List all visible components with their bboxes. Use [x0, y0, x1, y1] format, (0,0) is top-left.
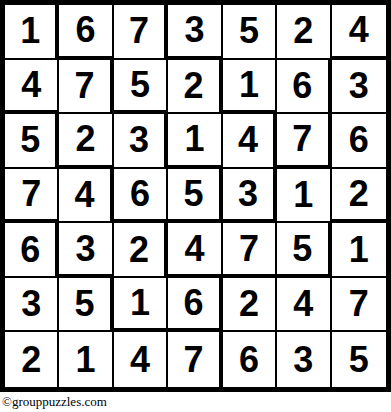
sudoku-cell-r3c5: 4 — [223, 114, 277, 169]
sudoku-cell-r2c6: 6 — [277, 60, 331, 115]
sudoku-cell-r6c1: 3 — [5, 278, 59, 333]
sudoku-cell-r1c7: 4 — [332, 5, 386, 60]
sudoku-cell-r7c5: 6 — [223, 332, 277, 387]
sudoku-cell-r5c4: 4 — [168, 223, 222, 278]
sudoku-cell-r3c6: 7 — [277, 114, 331, 169]
sudoku-cell-r7c1: 2 — [5, 332, 59, 387]
sudoku-cell-r7c6: 3 — [277, 332, 331, 387]
sudoku-cell-r3c7: 6 — [332, 114, 386, 169]
sudoku-cell-r4c7: 2 — [332, 169, 386, 224]
sudoku-cell-r6c4: 6 — [168, 278, 222, 333]
sudoku-cell-r5c2: 3 — [59, 223, 113, 278]
sudoku-cell-r4c5: 3 — [223, 169, 277, 224]
sudoku-cell-r4c2: 4 — [59, 169, 113, 224]
sudoku-cell-r5c3: 2 — [114, 223, 168, 278]
sudoku-cell-r6c5: 2 — [223, 278, 277, 333]
sudoku-cell-r4c4: 5 — [168, 169, 222, 224]
sudoku-cell-r1c3: 7 — [114, 5, 168, 60]
sudoku-cell-r1c1: 1 — [5, 5, 59, 60]
sudoku-cell-r3c1: 5 — [5, 114, 59, 169]
sudoku-cell-r2c2: 7 — [59, 60, 113, 115]
sudoku-cell-r4c3: 6 — [114, 169, 168, 224]
sudoku-cell-r4c1: 7 — [5, 169, 59, 224]
sudoku-cell-r5c5: 7 — [223, 223, 277, 278]
sudoku-cell-r4c6: 1 — [277, 169, 331, 224]
sudoku-cell-r7c7: 5 — [332, 332, 386, 387]
sudoku-cell-r6c6: 4 — [277, 278, 331, 333]
sudoku-cell-r7c3: 4 — [114, 332, 168, 387]
sudoku-cell-r2c4: 2 — [168, 60, 222, 115]
sudoku-cell-r5c1: 6 — [5, 223, 59, 278]
sudoku-board: 1673524475216352314767465312632475135162… — [0, 0, 391, 392]
sudoku-cell-r1c4: 3 — [168, 5, 222, 60]
sudoku-cell-r6c7: 7 — [332, 278, 386, 333]
sudoku-cell-r3c3: 3 — [114, 114, 168, 169]
sudoku-cell-r1c5: 5 — [223, 5, 277, 60]
sudoku-cell-r1c6: 2 — [277, 5, 331, 60]
sudoku-cell-r3c2: 2 — [59, 114, 113, 169]
sudoku-cell-r6c2: 5 — [59, 278, 113, 333]
copyright-text: ©grouppuzzles.com — [2, 394, 107, 410]
sudoku-cell-r7c2: 1 — [59, 332, 113, 387]
sudoku-cell-r1c2: 6 — [59, 5, 113, 60]
sudoku-cell-r2c7: 3 — [332, 60, 386, 115]
sudoku-cell-r3c4: 1 — [168, 114, 222, 169]
sudoku-cell-r5c6: 5 — [277, 223, 331, 278]
sudoku-cell-r2c3: 5 — [114, 60, 168, 115]
sudoku-cell-r2c1: 4 — [5, 60, 59, 115]
sudoku-cell-r5c7: 1 — [332, 223, 386, 278]
puzzle-page: 1673524475216352314767465312632475135162… — [0, 0, 391, 412]
sudoku-cell-r7c4: 7 — [168, 332, 222, 387]
sudoku-cell-r6c3: 1 — [114, 278, 168, 333]
sudoku-cell-r2c5: 1 — [223, 60, 277, 115]
